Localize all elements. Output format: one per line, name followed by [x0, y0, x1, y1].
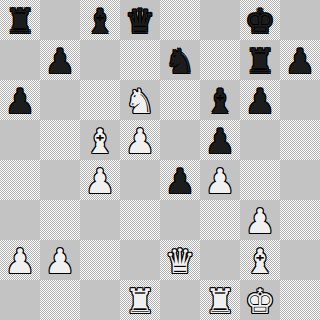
square-d8[interactable]: ♛	[120, 0, 160, 40]
square-f3[interactable]	[200, 200, 240, 240]
square-h8[interactable]	[280, 0, 320, 40]
square-g3[interactable]: ♟	[240, 200, 280, 240]
square-g6[interactable]: ♟	[240, 80, 280, 120]
piece-black-pawn: ♟	[205, 121, 235, 160]
square-d6[interactable]: ♞	[120, 80, 160, 120]
square-a8[interactable]: ♜	[0, 0, 40, 40]
square-c6[interactable]	[80, 80, 120, 120]
square-g4[interactable]	[240, 160, 280, 200]
square-c5[interactable]: ♝	[80, 120, 120, 160]
square-d5[interactable]: ♟	[120, 120, 160, 160]
piece-black-pawn: ♟	[245, 81, 275, 120]
piece-white-pawn: ♟	[205, 161, 235, 200]
square-c2[interactable]	[80, 240, 120, 280]
piece-black-rook: ♜	[245, 41, 275, 80]
square-d3[interactable]	[120, 200, 160, 240]
square-h6[interactable]	[280, 80, 320, 120]
square-c3[interactable]	[80, 200, 120, 240]
square-d7[interactable]	[120, 40, 160, 80]
square-e6[interactable]	[160, 80, 200, 120]
square-b2[interactable]: ♟	[40, 240, 80, 280]
square-h5[interactable]	[280, 120, 320, 160]
piece-white-rook: ♜	[205, 281, 235, 320]
square-b1[interactable]	[40, 280, 80, 320]
square-e3[interactable]	[160, 200, 200, 240]
piece-white-bishop: ♝	[85, 121, 115, 160]
square-g8[interactable]: ♚	[240, 0, 280, 40]
square-g7[interactable]: ♜	[240, 40, 280, 80]
square-e8[interactable]	[160, 0, 200, 40]
piece-white-pawn: ♟	[245, 201, 275, 240]
square-b3[interactable]	[40, 200, 80, 240]
square-e7[interactable]: ♞	[160, 40, 200, 80]
square-g2[interactable]: ♝	[240, 240, 280, 280]
piece-white-knight: ♞	[125, 81, 155, 120]
square-a6[interactable]: ♟	[0, 80, 40, 120]
square-f5[interactable]: ♟	[200, 120, 240, 160]
square-c7[interactable]	[80, 40, 120, 80]
piece-black-rook: ♜	[5, 1, 35, 40]
square-f7[interactable]	[200, 40, 240, 80]
square-g5[interactable]	[240, 120, 280, 160]
square-c4[interactable]: ♟	[80, 160, 120, 200]
piece-white-pawn: ♟	[85, 161, 115, 200]
square-b7[interactable]: ♟	[40, 40, 80, 80]
square-h3[interactable]	[280, 200, 320, 240]
square-b5[interactable]	[40, 120, 80, 160]
piece-black-knight: ♞	[165, 41, 195, 80]
square-a1[interactable]	[0, 280, 40, 320]
square-a4[interactable]	[0, 160, 40, 200]
piece-black-pawn: ♟	[5, 81, 35, 120]
piece-white-bishop: ♝	[245, 241, 275, 280]
square-f1[interactable]: ♜	[200, 280, 240, 320]
piece-white-rook: ♜	[125, 281, 155, 320]
square-f8[interactable]	[200, 0, 240, 40]
piece-black-pawn: ♟	[165, 161, 195, 200]
piece-white-pawn: ♟	[125, 121, 155, 160]
square-d1[interactable]: ♜	[120, 280, 160, 320]
square-d4[interactable]	[120, 160, 160, 200]
chess-board: ♜♝♛♚♟♞♜♟♟♞♝♟♝♟♟♟♟♟♟♟♟♛♝♜♜♚	[0, 0, 320, 320]
square-f2[interactable]	[200, 240, 240, 280]
piece-white-pawn: ♟	[5, 241, 35, 280]
square-h1[interactable]	[280, 280, 320, 320]
square-a7[interactable]	[0, 40, 40, 80]
square-f6[interactable]: ♝	[200, 80, 240, 120]
square-a2[interactable]: ♟	[0, 240, 40, 280]
square-h7[interactable]: ♟	[280, 40, 320, 80]
square-c8[interactable]: ♝	[80, 0, 120, 40]
square-a5[interactable]	[0, 120, 40, 160]
square-b8[interactable]	[40, 0, 80, 40]
square-h2[interactable]	[280, 240, 320, 280]
piece-white-queen: ♛	[165, 241, 195, 280]
square-b4[interactable]	[40, 160, 80, 200]
square-c1[interactable]	[80, 280, 120, 320]
square-f4[interactable]: ♟	[200, 160, 240, 200]
square-b6[interactable]	[40, 80, 80, 120]
square-h4[interactable]	[280, 160, 320, 200]
piece-black-pawn: ♟	[285, 41, 315, 80]
square-e5[interactable]	[160, 120, 200, 160]
piece-black-queen: ♛	[125, 1, 155, 40]
piece-black-bishop: ♝	[85, 1, 115, 40]
square-d2[interactable]	[120, 240, 160, 280]
piece-black-bishop: ♝	[205, 81, 235, 120]
piece-white-king: ♚	[245, 281, 275, 320]
piece-white-pawn: ♟	[45, 241, 75, 280]
square-a3[interactable]	[0, 200, 40, 240]
square-e4[interactable]: ♟	[160, 160, 200, 200]
square-e1[interactable]	[160, 280, 200, 320]
piece-black-king: ♚	[245, 1, 275, 40]
piece-black-pawn: ♟	[45, 41, 75, 80]
square-g1[interactable]: ♚	[240, 280, 280, 320]
square-e2[interactable]: ♛	[160, 240, 200, 280]
